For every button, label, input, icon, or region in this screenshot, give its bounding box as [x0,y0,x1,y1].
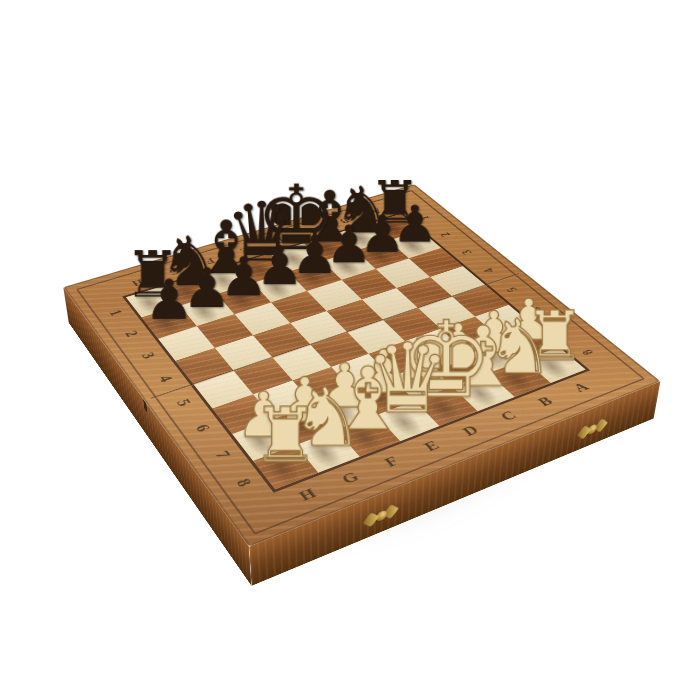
square-h8[interactable]: ♜ [253,445,318,489]
brass-clasp-knob [376,509,387,523]
piece-black-pawn-h2[interactable]: ♟ [144,272,194,327]
brass-clasp-knob [587,423,598,436]
brass-clasp-upper [580,419,604,439]
piece-white-rook-h8[interactable]: ♜ [252,398,320,473]
fold-hinge-notch [143,399,147,413]
photo-scene: 12345678 12345678 ABCDEFGH ABCDEFGH ♜♟♟♜… [0,0,700,700]
brass-clasp-lower [368,504,394,526]
